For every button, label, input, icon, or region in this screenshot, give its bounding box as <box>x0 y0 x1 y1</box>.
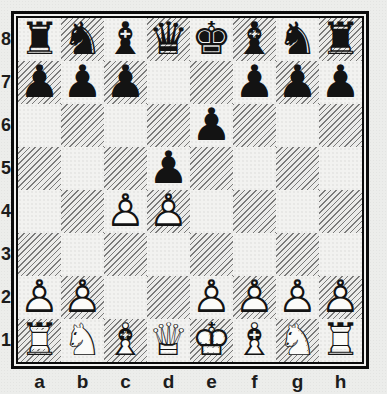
square-c6 <box>104 104 147 147</box>
square-g4 <box>276 190 319 233</box>
square-a6 <box>18 104 61 147</box>
piece-black-pawn-g7: ♟ <box>276 61 319 104</box>
square-b5 <box>61 147 104 190</box>
piece-black-pawn-b7: ♟ <box>61 61 104 104</box>
square-h4 <box>319 190 362 233</box>
board-border: ♜♞♝♛♚♝♞♜♟♟♟♟♟♟♟♟♟♙♟♙♟♙♟♙♟♙♟♙♟♙♟♙♜♖♞♘♝♗♛♕… <box>11 11 369 369</box>
square-d8: ♛ <box>147 18 190 61</box>
board-grid: ♜♞♝♛♚♝♞♜♟♟♟♟♟♟♟♟♟♙♟♙♟♙♟♙♟♙♟♙♟♙♟♙♜♖♞♘♝♗♛♕… <box>16 16 364 364</box>
piece-white-rook-a1: ♜♖ <box>18 319 61 362</box>
file-label-e: e <box>190 371 233 393</box>
square-b4 <box>61 190 104 233</box>
piece-black-pawn-c7: ♟ <box>104 61 147 104</box>
square-g1: ♞♘ <box>276 319 319 362</box>
file-label-h: h <box>319 371 362 393</box>
square-g5 <box>276 147 319 190</box>
piece-white-queen-d1: ♛♕ <box>147 319 190 362</box>
piece-white-king-e1: ♚♔ <box>190 319 233 362</box>
piece-white-bishop-f1: ♝♗ <box>233 319 276 362</box>
square-c7: ♟ <box>104 61 147 104</box>
square-f7: ♟ <box>233 61 276 104</box>
square-c3 <box>104 233 147 276</box>
file-label-a: a <box>18 371 61 393</box>
square-f6 <box>233 104 276 147</box>
square-f5 <box>233 147 276 190</box>
square-h1: ♜♖ <box>319 319 362 362</box>
piece-white-knight-g1: ♞♘ <box>276 319 319 362</box>
piece-black-queen-d8: ♛ <box>147 18 190 61</box>
file-label-b: b <box>61 371 104 393</box>
square-d4: ♟♙ <box>147 190 190 233</box>
piece-white-knight-b1: ♞♘ <box>61 319 104 362</box>
square-d3 <box>147 233 190 276</box>
file-labels: a b c d e f g h <box>18 371 362 393</box>
square-a1: ♜♖ <box>18 319 61 362</box>
square-f4 <box>233 190 276 233</box>
file-label-d: d <box>147 371 190 393</box>
square-e6: ♟ <box>190 104 233 147</box>
file-label-g: g <box>276 371 319 393</box>
square-b6 <box>61 104 104 147</box>
square-c1: ♝♗ <box>104 319 147 362</box>
square-a4 <box>18 190 61 233</box>
file-label-f: f <box>233 371 276 393</box>
piece-black-pawn-h7: ♟ <box>319 61 362 104</box>
square-b7: ♟ <box>61 61 104 104</box>
square-h7: ♟ <box>319 61 362 104</box>
piece-white-bishop-c1: ♝♗ <box>104 319 147 362</box>
square-g6 <box>276 104 319 147</box>
square-g7: ♟ <box>276 61 319 104</box>
piece-black-king-e8: ♚ <box>190 18 233 61</box>
square-d7 <box>147 61 190 104</box>
piece-white-pawn-c4: ♟♙ <box>104 190 147 233</box>
square-h5 <box>319 147 362 190</box>
square-e1: ♚♔ <box>190 319 233 362</box>
square-b1: ♞♘ <box>61 319 104 362</box>
piece-white-pawn-d4: ♟♙ <box>147 190 190 233</box>
square-e5 <box>190 147 233 190</box>
square-c4: ♟♙ <box>104 190 147 233</box>
piece-white-rook-h1: ♜♖ <box>319 319 362 362</box>
piece-black-pawn-e6: ♟ <box>190 104 233 147</box>
file-label-c: c <box>104 371 147 393</box>
square-a7: ♟ <box>18 61 61 104</box>
piece-black-pawn-a7: ♟ <box>18 61 61 104</box>
square-d1: ♛♕ <box>147 319 190 362</box>
chess-diagram: 8 7 6 5 4 3 2 1 ♜♞♝♛♚♝♞♜♟♟♟♟♟♟♟♟♟♙♟♙♟♙♟♙… <box>0 0 387 394</box>
square-e4 <box>190 190 233 233</box>
piece-black-pawn-f7: ♟ <box>233 61 276 104</box>
square-f1: ♝♗ <box>233 319 276 362</box>
square-a5 <box>18 147 61 190</box>
square-e8: ♚ <box>190 18 233 61</box>
square-h6 <box>319 104 362 147</box>
